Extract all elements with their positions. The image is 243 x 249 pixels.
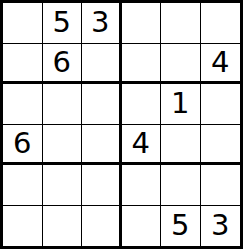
cell-r3c6[interactable] xyxy=(201,84,241,125)
cell-r5c2[interactable] xyxy=(43,165,83,206)
cell-r5c4[interactable] xyxy=(122,165,162,206)
cell-r3c3[interactable] xyxy=(82,84,122,125)
cell-r3c1[interactable] xyxy=(3,84,43,125)
cell-r2c1[interactable] xyxy=(3,44,43,85)
cell-r2c5[interactable] xyxy=(161,44,201,85)
cell-r4c2[interactable] xyxy=(43,125,83,166)
cell-r2c2[interactable]: 6 xyxy=(43,44,83,85)
cell-r6c2[interactable] xyxy=(43,206,83,247)
cell-r4c6[interactable] xyxy=(201,125,241,166)
cell-r2c6[interactable]: 4 xyxy=(201,44,241,85)
cell-r4c3[interactable] xyxy=(82,125,122,166)
cell-r4c5[interactable] xyxy=(161,125,201,166)
cell-r3c4[interactable] xyxy=(122,84,162,125)
cell-r3c5[interactable]: 1 xyxy=(161,84,201,125)
cell-r6c1[interactable] xyxy=(3,206,43,247)
cell-r3c2[interactable] xyxy=(43,84,83,125)
cell-r1c1[interactable] xyxy=(3,3,43,44)
cell-r4c4[interactable]: 4 xyxy=(122,125,162,166)
cell-r4c1[interactable]: 6 xyxy=(3,125,43,166)
cell-r2c3[interactable] xyxy=(82,44,122,85)
sudoku-board: 536416453 xyxy=(0,0,243,249)
cell-r1c2[interactable]: 5 xyxy=(43,3,83,44)
cell-r6c3[interactable] xyxy=(82,206,122,247)
cell-r1c3[interactable]: 3 xyxy=(82,3,122,44)
cell-r2c4[interactable] xyxy=(122,44,162,85)
cell-r6c4[interactable] xyxy=(122,206,162,247)
cell-r5c3[interactable] xyxy=(82,165,122,206)
cell-r5c5[interactable] xyxy=(161,165,201,206)
cell-r6c6[interactable]: 3 xyxy=(201,206,241,247)
cell-r6c5[interactable]: 5 xyxy=(161,206,201,247)
cell-r1c6[interactable] xyxy=(201,3,241,44)
cell-r1c4[interactable] xyxy=(122,3,162,44)
cell-r5c1[interactable] xyxy=(3,165,43,206)
cell-r1c5[interactable] xyxy=(161,3,201,44)
cell-r5c6[interactable] xyxy=(201,165,241,206)
